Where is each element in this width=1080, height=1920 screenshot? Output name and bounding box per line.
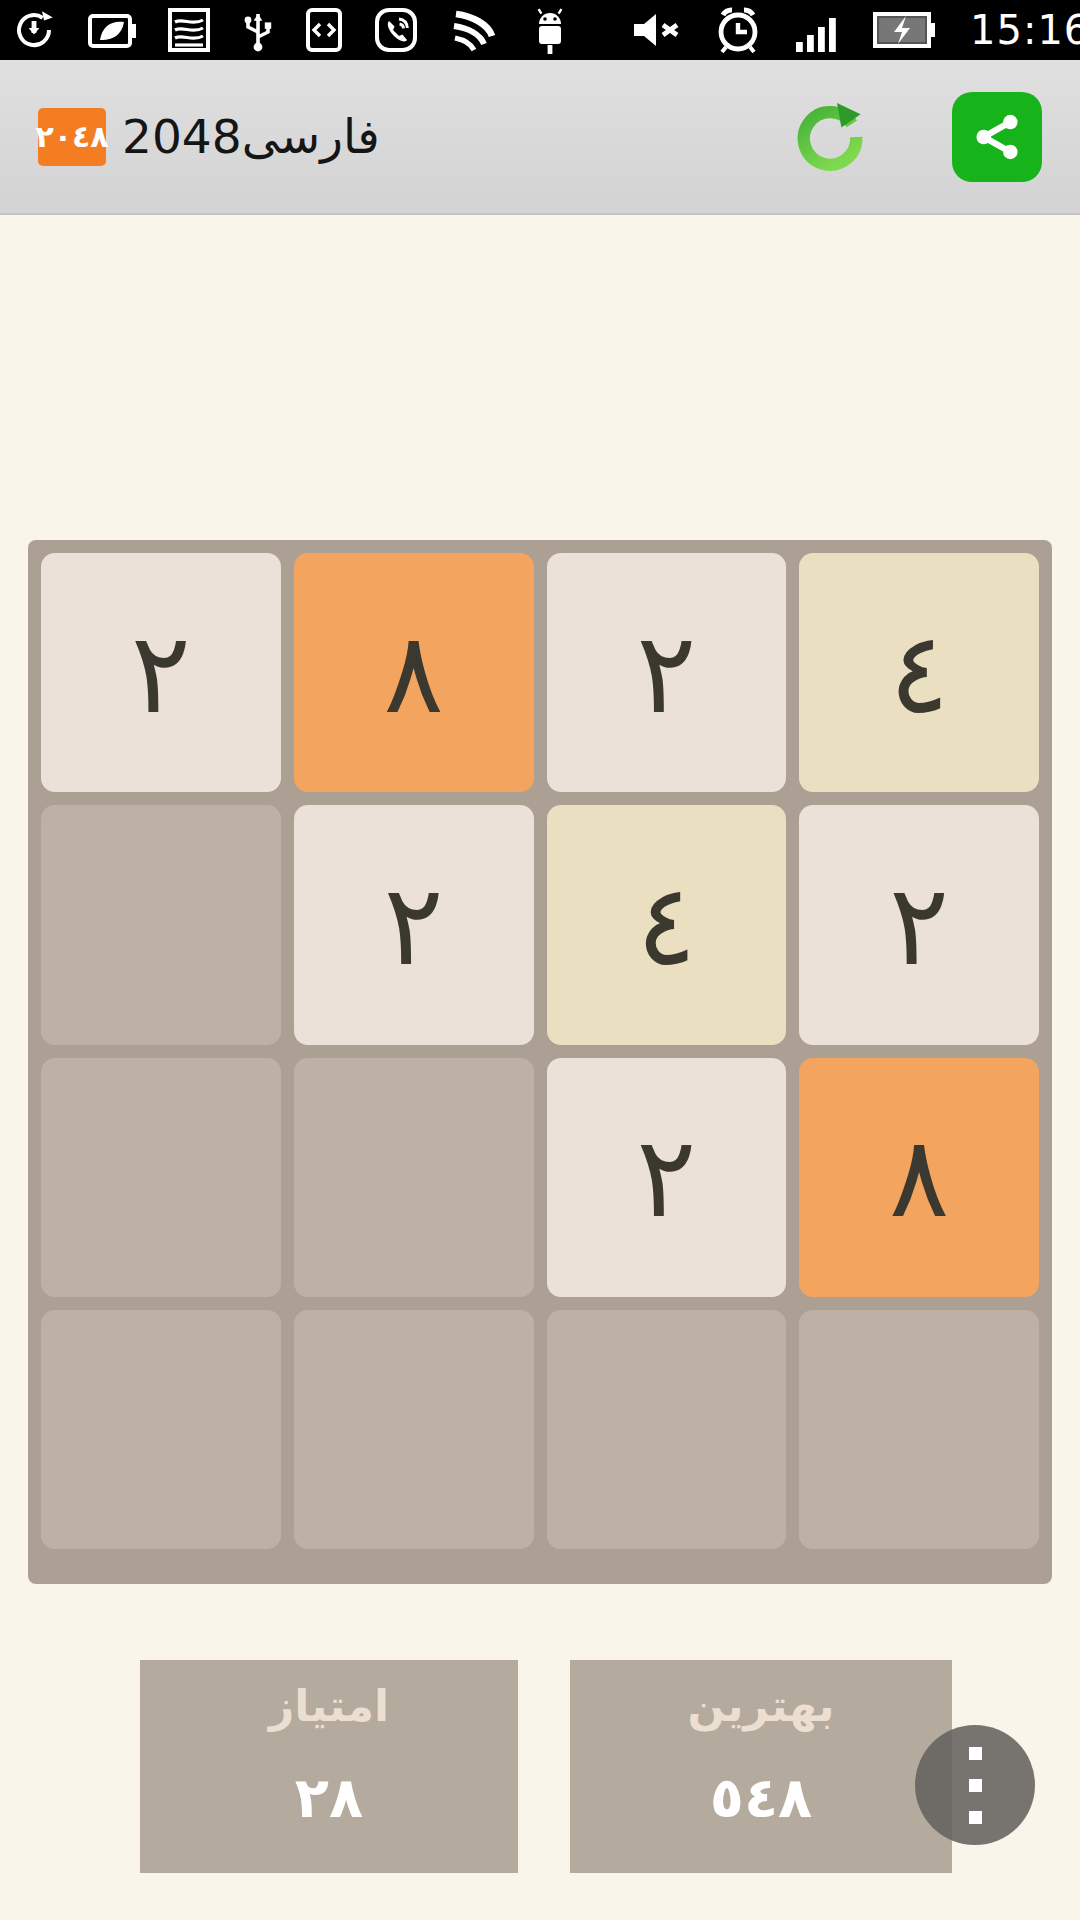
best-score-value: ٥٤٨ xyxy=(710,1765,813,1830)
tile-8: ٨ xyxy=(799,1058,1039,1297)
more-options-button[interactable] xyxy=(915,1725,1035,1845)
app-icon-badge-text: ٢٠٤٨ xyxy=(35,119,108,154)
screenshot-icon xyxy=(166,6,212,54)
swype-icon xyxy=(448,6,500,54)
empty-cell xyxy=(41,1058,281,1297)
tile-4: ٤ xyxy=(547,805,787,1044)
vertical-ellipsis-icon xyxy=(969,1747,982,1760)
screen: 15:16 ٢٠٤٨ فارسی2048 xyxy=(0,0,1080,1920)
usb-icon xyxy=(240,6,276,54)
developer-mode-icon xyxy=(304,6,344,54)
battery-charging-icon xyxy=(872,6,936,54)
restart-button[interactable] xyxy=(788,93,872,181)
board[interactable]: ٢٨٢٤٢٤٢٢٨ xyxy=(28,540,1052,1584)
share-icon xyxy=(968,108,1026,166)
tile-2: ٢ xyxy=(41,553,281,792)
empty-cell xyxy=(547,1310,787,1549)
status-bar-clock: 15:16 xyxy=(970,7,1080,53)
battery-saver-icon xyxy=(86,6,138,54)
empty-cell xyxy=(294,1310,534,1549)
tile-8: ٨ xyxy=(294,553,534,792)
empty-cell xyxy=(799,1310,1039,1549)
sync-icon xyxy=(10,6,58,54)
share-button[interactable] xyxy=(952,92,1042,182)
tile-2: ٢ xyxy=(799,805,1039,1044)
volume-muted-icon xyxy=(628,6,684,54)
app-title: فارسی2048 xyxy=(122,109,380,164)
tile-2: ٢ xyxy=(547,553,787,792)
app-icon-badge: ٢٠٤٨ xyxy=(38,108,106,166)
alarm-icon xyxy=(712,6,764,54)
tile-2: ٢ xyxy=(547,1058,787,1297)
best-score-box: بهترین ٥٤٨ xyxy=(570,1660,952,1873)
empty-cell xyxy=(294,1058,534,1297)
score-box: امتیاز ٢٨ xyxy=(140,1660,518,1873)
best-score-label: بهترین xyxy=(687,1680,834,1731)
status-bar: 15:16 xyxy=(0,0,1080,60)
android-robot-icon xyxy=(528,6,572,54)
tile-4: ٤ xyxy=(799,553,1039,792)
viber-icon xyxy=(372,6,420,54)
score-label: امتیاز xyxy=(269,1680,389,1731)
refresh-icon xyxy=(788,93,872,181)
score-value: ٢٨ xyxy=(295,1765,363,1830)
empty-cell xyxy=(41,1310,281,1549)
app-bar: ٢٠٤٨ فارسی2048 xyxy=(0,60,1080,215)
tile-2: ٢ xyxy=(294,805,534,1044)
signal-strength-icon xyxy=(792,6,844,54)
empty-cell xyxy=(41,805,281,1044)
